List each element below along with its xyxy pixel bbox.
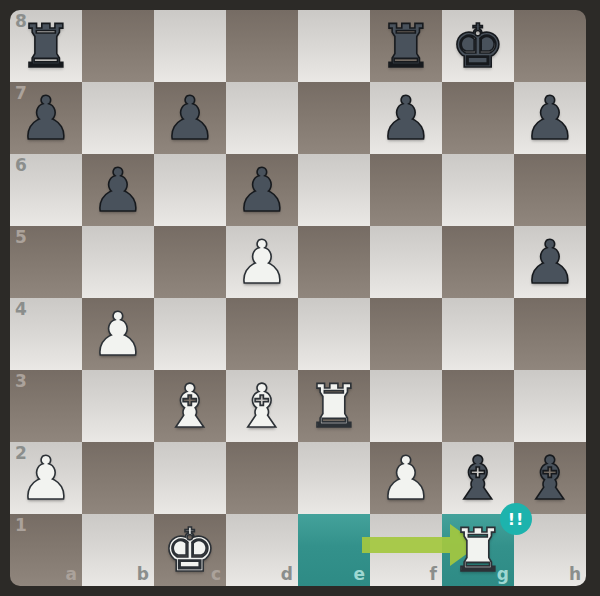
square-f7[interactable]: ♟: [370, 82, 442, 154]
square-f3[interactable]: [370, 370, 442, 442]
white-pawn[interactable]: ♟: [82, 298, 154, 370]
square-c6[interactable]: [154, 154, 226, 226]
file-label-h: h: [569, 566, 581, 583]
file-label-d: d: [281, 566, 293, 583]
square-g5[interactable]: [442, 226, 514, 298]
square-d3[interactable]: ♝: [226, 370, 298, 442]
square-c1[interactable]: c♚: [154, 514, 226, 586]
file-label-f: f: [430, 566, 437, 583]
square-d8[interactable]: [226, 10, 298, 82]
black-bishop[interactable]: ♝: [442, 442, 514, 514]
square-c7[interactable]: ♟: [154, 82, 226, 154]
file-label-b: b: [137, 566, 149, 583]
square-g6[interactable]: [442, 154, 514, 226]
black-pawn[interactable]: ♟: [154, 82, 226, 154]
square-d7[interactable]: [226, 82, 298, 154]
square-f8[interactable]: ♜: [370, 10, 442, 82]
black-pawn[interactable]: ♟: [370, 82, 442, 154]
white-king[interactable]: ♚: [154, 514, 226, 586]
square-g4[interactable]: [442, 298, 514, 370]
square-d1[interactable]: d: [226, 514, 298, 586]
square-e8[interactable]: [298, 10, 370, 82]
square-d5[interactable]: ♟: [226, 226, 298, 298]
square-b5[interactable]: [82, 226, 154, 298]
square-e1[interactable]: e: [298, 514, 370, 586]
white-pawn[interactable]: ♟: [10, 442, 82, 514]
rank-label-4: 4: [15, 301, 27, 318]
black-rook[interactable]: ♜: [10, 10, 82, 82]
square-c5[interactable]: [154, 226, 226, 298]
square-a2[interactable]: 2♟: [10, 442, 82, 514]
square-d6[interactable]: ♟: [226, 154, 298, 226]
square-c3[interactable]: ♝: [154, 370, 226, 442]
square-g7[interactable]: [442, 82, 514, 154]
square-h5[interactable]: ♟: [514, 226, 586, 298]
file-label-e: e: [353, 566, 365, 583]
square-a7[interactable]: 7♟: [10, 82, 82, 154]
square-f1[interactable]: f: [370, 514, 442, 586]
square-g8[interactable]: ♚: [442, 10, 514, 82]
square-c4[interactable]: [154, 298, 226, 370]
square-e2[interactable]: [298, 442, 370, 514]
square-g3[interactable]: [442, 370, 514, 442]
square-b1[interactable]: b: [82, 514, 154, 586]
square-e3[interactable]: ♜: [298, 370, 370, 442]
square-h3[interactable]: [514, 370, 586, 442]
square-b2[interactable]: [82, 442, 154, 514]
black-pawn[interactable]: ♟: [226, 154, 298, 226]
square-b7[interactable]: [82, 82, 154, 154]
white-bishop[interactable]: ♝: [154, 370, 226, 442]
square-f5[interactable]: [370, 226, 442, 298]
square-h7[interactable]: ♟: [514, 82, 586, 154]
square-f4[interactable]: [370, 298, 442, 370]
black-bishop[interactable]: ♝: [514, 442, 586, 514]
black-pawn[interactable]: ♟: [82, 154, 154, 226]
square-b4[interactable]: ♟: [82, 298, 154, 370]
black-rook[interactable]: ♜: [370, 10, 442, 82]
square-c8[interactable]: [154, 10, 226, 82]
square-e6[interactable]: [298, 154, 370, 226]
square-f6[interactable]: [370, 154, 442, 226]
brilliant-move-label: !!: [508, 510, 525, 529]
black-pawn[interactable]: ♟: [10, 82, 82, 154]
white-rook[interactable]: ♜: [298, 370, 370, 442]
square-a4[interactable]: 4: [10, 298, 82, 370]
black-king[interactable]: ♚: [442, 10, 514, 82]
square-c2[interactable]: [154, 442, 226, 514]
square-b6[interactable]: ♟: [82, 154, 154, 226]
white-pawn[interactable]: ♟: [226, 226, 298, 298]
brilliant-move-badge: !!: [500, 503, 532, 535]
square-a1[interactable]: 1a: [10, 514, 82, 586]
rank-label-5: 5: [15, 229, 27, 246]
black-pawn[interactable]: ♟: [514, 226, 586, 298]
square-h4[interactable]: [514, 298, 586, 370]
white-bishop[interactable]: ♝: [226, 370, 298, 442]
rank-label-6: 6: [15, 157, 27, 174]
square-a6[interactable]: 6: [10, 154, 82, 226]
white-pawn[interactable]: ♟: [370, 442, 442, 514]
square-d2[interactable]: [226, 442, 298, 514]
square-f2[interactable]: ♟: [370, 442, 442, 514]
square-b3[interactable]: [82, 370, 154, 442]
square-e4[interactable]: [298, 298, 370, 370]
square-a3[interactable]: 3: [10, 370, 82, 442]
square-g2[interactable]: ♝: [442, 442, 514, 514]
square-a8[interactable]: 8♜: [10, 10, 82, 82]
square-d4[interactable]: [226, 298, 298, 370]
square-e5[interactable]: [298, 226, 370, 298]
rank-label-3: 3: [15, 373, 27, 390]
rank-label-1: 1: [15, 517, 27, 534]
square-h8[interactable]: [514, 10, 586, 82]
chess-app-background: 8♜♜♚7♟♟♟♟6♟♟5♟♟4♟3♝♝♜2♟♟♝♝1abc♚defg♜h !!: [0, 0, 600, 596]
chess-board: 8♜♜♚7♟♟♟♟6♟♟5♟♟4♟3♝♝♜2♟♟♝♝1abc♚defg♜h: [10, 10, 586, 586]
square-a5[interactable]: 5: [10, 226, 82, 298]
square-b8[interactable]: [82, 10, 154, 82]
black-pawn[interactable]: ♟: [514, 82, 586, 154]
square-e7[interactable]: [298, 82, 370, 154]
square-h2[interactable]: ♝: [514, 442, 586, 514]
file-label-a: a: [66, 566, 77, 583]
square-h6[interactable]: [514, 154, 586, 226]
